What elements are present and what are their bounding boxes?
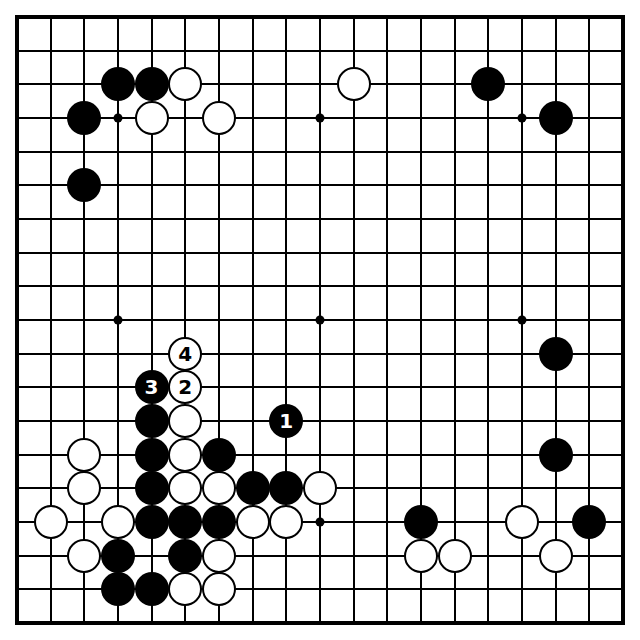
intersection: [34, 404, 68, 438]
intersection: [438, 236, 472, 270]
intersection: [539, 337, 573, 371]
move-3-stone: 3: [135, 370, 169, 404]
intersection: [236, 0, 270, 34]
intersection: [67, 0, 101, 34]
intersection: [303, 0, 337, 34]
black-stone: [168, 539, 202, 573]
intersection: [0, 101, 34, 135]
intersection: [0, 0, 34, 34]
black-stone: [236, 471, 270, 505]
intersection: [168, 438, 202, 472]
intersection: [438, 505, 472, 539]
black-stone: [135, 572, 169, 606]
intersection: [371, 269, 405, 303]
intersection: [438, 371, 472, 405]
intersection: [337, 269, 371, 303]
intersection: [135, 505, 169, 539]
intersection: [404, 34, 438, 68]
intersection: [269, 34, 303, 68]
move-1-stone: 1: [269, 404, 303, 438]
intersection: [269, 0, 303, 34]
intersection: [67, 573, 101, 607]
intersection: [168, 303, 202, 337]
intersection: [438, 101, 472, 135]
intersection: [303, 573, 337, 607]
intersection: [539, 505, 573, 539]
black-stone: [404, 505, 438, 539]
star-point: [518, 315, 527, 324]
intersection: [371, 34, 405, 68]
intersection: [168, 539, 202, 573]
intersection: [202, 135, 236, 169]
white-stone: [101, 505, 135, 539]
intersection: [337, 101, 371, 135]
intersection: [404, 505, 438, 539]
intersection: [67, 202, 101, 236]
intersection: [135, 404, 169, 438]
intersection: [34, 337, 68, 371]
intersection: [539, 269, 573, 303]
intersection: [168, 0, 202, 34]
black-stone: [539, 101, 573, 135]
intersection: [606, 34, 640, 68]
white-stone: [67, 438, 101, 472]
intersection: [101, 101, 135, 135]
intersection: [202, 303, 236, 337]
intersection: [337, 404, 371, 438]
intersection: [34, 539, 68, 573]
intersection: [135, 67, 169, 101]
intersection: [269, 472, 303, 506]
intersection: [0, 438, 34, 472]
intersection: [236, 539, 270, 573]
intersection: [371, 101, 405, 135]
white-stone: [202, 101, 236, 135]
intersection: [303, 236, 337, 270]
intersection: [606, 606, 640, 640]
intersection: [371, 337, 405, 371]
intersection: [67, 135, 101, 169]
intersection: [168, 202, 202, 236]
intersection: [404, 101, 438, 135]
intersection: [337, 505, 371, 539]
intersection: [303, 67, 337, 101]
intersection: [539, 404, 573, 438]
intersection: [101, 202, 135, 236]
intersection: [337, 202, 371, 236]
intersection: [135, 269, 169, 303]
intersection: [371, 404, 405, 438]
intersection: [472, 168, 506, 202]
intersection: 1: [269, 404, 303, 438]
intersection: [303, 539, 337, 573]
intersection: [202, 101, 236, 135]
intersection: [34, 303, 68, 337]
intersection: [0, 303, 34, 337]
intersection: [101, 472, 135, 506]
intersection: [168, 168, 202, 202]
intersection: [135, 168, 169, 202]
intersection: [0, 202, 34, 236]
intersection: [337, 168, 371, 202]
intersection: [606, 573, 640, 607]
intersection: [404, 573, 438, 607]
intersection: [269, 303, 303, 337]
intersection: [505, 438, 539, 472]
intersection: [168, 34, 202, 68]
intersection: [539, 0, 573, 34]
intersection: [236, 505, 270, 539]
intersection: [371, 135, 405, 169]
white-stone: [168, 438, 202, 472]
intersection: [573, 236, 607, 270]
intersection: [505, 539, 539, 573]
intersection: [438, 168, 472, 202]
black-stone: [168, 505, 202, 539]
intersection: [337, 303, 371, 337]
intersection: [472, 34, 506, 68]
intersection: [34, 236, 68, 270]
intersection: [505, 168, 539, 202]
intersection: [236, 472, 270, 506]
intersection: [573, 337, 607, 371]
black-stone: [135, 505, 169, 539]
intersection: [236, 337, 270, 371]
intersection: [202, 202, 236, 236]
intersection: [202, 236, 236, 270]
intersection: [438, 202, 472, 236]
intersection: [236, 438, 270, 472]
intersection: [472, 67, 506, 101]
white-stone: [168, 67, 202, 101]
intersection: [0, 505, 34, 539]
intersection: [505, 404, 539, 438]
intersection: [0, 236, 34, 270]
intersection: [202, 606, 236, 640]
intersection: [337, 371, 371, 405]
intersection: [101, 573, 135, 607]
intersection: [236, 303, 270, 337]
intersection: [404, 0, 438, 34]
intersection: [573, 202, 607, 236]
intersection: [0, 404, 34, 438]
intersection: [236, 101, 270, 135]
intersection: [101, 539, 135, 573]
white-stone: [135, 101, 169, 135]
intersection: [539, 202, 573, 236]
intersection: [472, 303, 506, 337]
black-stone: [202, 505, 236, 539]
intersection: [202, 573, 236, 607]
intersection: [404, 404, 438, 438]
intersection: [371, 371, 405, 405]
intersection: [505, 505, 539, 539]
intersection: [472, 337, 506, 371]
intersection: [135, 606, 169, 640]
white-stone: [168, 471, 202, 505]
intersection: [438, 269, 472, 303]
intersection: [135, 303, 169, 337]
intersection: [371, 606, 405, 640]
intersection: [606, 438, 640, 472]
intersection: [269, 236, 303, 270]
intersection: [202, 404, 236, 438]
intersection: [472, 236, 506, 270]
intersection: [168, 573, 202, 607]
intersection: [168, 472, 202, 506]
intersection: [573, 404, 607, 438]
star-point: [113, 113, 122, 122]
intersection: [438, 135, 472, 169]
intersection: [337, 438, 371, 472]
intersection: [539, 101, 573, 135]
intersection: [606, 472, 640, 506]
intersection: [135, 34, 169, 68]
intersection: [101, 236, 135, 270]
black-stone: [135, 438, 169, 472]
intersection: [269, 438, 303, 472]
intersection: [539, 303, 573, 337]
intersection: [67, 236, 101, 270]
intersection: [202, 539, 236, 573]
intersection: [202, 0, 236, 34]
intersection: [67, 505, 101, 539]
intersection: [505, 0, 539, 34]
star-point: [518, 113, 527, 122]
intersection: [371, 67, 405, 101]
intersection: [0, 135, 34, 169]
intersection: [505, 269, 539, 303]
intersection: [505, 606, 539, 640]
intersection: [168, 67, 202, 101]
intersection: [404, 168, 438, 202]
intersection: [67, 539, 101, 573]
intersection: [67, 438, 101, 472]
intersection: [202, 505, 236, 539]
white-stone: [34, 505, 68, 539]
intersection: [337, 67, 371, 101]
intersection: [0, 573, 34, 607]
intersection: [606, 269, 640, 303]
black-stone: [471, 67, 505, 101]
intersection: [472, 135, 506, 169]
intersection: [236, 236, 270, 270]
intersection: [101, 0, 135, 34]
intersection: [236, 371, 270, 405]
intersection: [303, 168, 337, 202]
intersection: [472, 101, 506, 135]
intersection: [101, 404, 135, 438]
intersection: [101, 337, 135, 371]
intersection: [404, 135, 438, 169]
intersection: [202, 269, 236, 303]
intersection: [269, 505, 303, 539]
intersection: [34, 269, 68, 303]
intersection: 2: [168, 371, 202, 405]
intersection: [472, 269, 506, 303]
intersection: [202, 472, 236, 506]
intersection: [606, 202, 640, 236]
intersection: [505, 202, 539, 236]
intersection: [67, 606, 101, 640]
move-4-stone: 4: [168, 337, 202, 371]
intersection: [573, 101, 607, 135]
intersection: [269, 573, 303, 607]
intersection: [202, 168, 236, 202]
intersection: [539, 67, 573, 101]
white-stone: [505, 505, 539, 539]
intersection: [337, 135, 371, 169]
intersection: [67, 101, 101, 135]
intersection: [34, 371, 68, 405]
go-board: 4321: [0, 0, 640, 640]
intersection: [34, 606, 68, 640]
intersection: [539, 472, 573, 506]
intersection: [67, 371, 101, 405]
intersection: [371, 438, 405, 472]
intersection: [269, 539, 303, 573]
intersection: [67, 303, 101, 337]
intersection: [202, 438, 236, 472]
intersection: [0, 371, 34, 405]
intersection: [135, 236, 169, 270]
intersection: [438, 337, 472, 371]
intersection: [539, 371, 573, 405]
intersection: [0, 34, 34, 68]
intersection: [168, 236, 202, 270]
intersection: [135, 0, 169, 34]
intersection: [0, 67, 34, 101]
intersection: [101, 67, 135, 101]
intersection: [34, 0, 68, 34]
intersection: [168, 101, 202, 135]
intersection: [337, 472, 371, 506]
intersection: [404, 269, 438, 303]
intersection: [168, 404, 202, 438]
intersection: [101, 135, 135, 169]
intersection: [371, 573, 405, 607]
intersection: [303, 101, 337, 135]
intersection: [539, 236, 573, 270]
intersection: [0, 472, 34, 506]
intersection: [337, 606, 371, 640]
intersection: [505, 303, 539, 337]
intersection: [573, 573, 607, 607]
intersection: [34, 472, 68, 506]
intersection: [269, 168, 303, 202]
intersection: [168, 135, 202, 169]
intersection: [606, 404, 640, 438]
intersection: [135, 539, 169, 573]
intersection: [573, 135, 607, 169]
intersection: [337, 0, 371, 34]
intersection: [303, 135, 337, 169]
intersection: [269, 606, 303, 640]
intersection: [101, 168, 135, 202]
intersection: [269, 337, 303, 371]
intersection: [67, 404, 101, 438]
star-point: [315, 518, 324, 527]
intersection: [236, 168, 270, 202]
white-stone: [303, 471, 337, 505]
black-stone: [202, 438, 236, 472]
intersection: [539, 606, 573, 640]
white-stone: [269, 505, 303, 539]
intersection: [606, 371, 640, 405]
intersection: [371, 505, 405, 539]
intersection: [438, 472, 472, 506]
intersection: [505, 34, 539, 68]
star-point: [315, 315, 324, 324]
intersection: [505, 337, 539, 371]
white-stone: [404, 539, 438, 573]
intersection: [202, 34, 236, 68]
intersection: [168, 269, 202, 303]
intersection: [472, 202, 506, 236]
intersection: [606, 168, 640, 202]
black-stone: [101, 67, 135, 101]
intersection: [67, 168, 101, 202]
intersection: [606, 337, 640, 371]
intersection: [135, 202, 169, 236]
intersection: [606, 67, 640, 101]
intersection: [573, 67, 607, 101]
intersection: [472, 438, 506, 472]
intersection: [573, 0, 607, 34]
intersection: [34, 438, 68, 472]
white-stone: [337, 67, 371, 101]
intersection: [202, 371, 236, 405]
intersection: [303, 371, 337, 405]
intersection: [404, 371, 438, 405]
intersection: [573, 539, 607, 573]
white-stone: [438, 539, 472, 573]
intersection: [438, 34, 472, 68]
intersection: [573, 438, 607, 472]
intersection: [269, 67, 303, 101]
intersection: [371, 539, 405, 573]
intersection: [236, 606, 270, 640]
intersection: [236, 135, 270, 169]
intersection: [539, 34, 573, 68]
intersection: 4: [168, 337, 202, 371]
intersection: [0, 606, 34, 640]
intersection: [303, 505, 337, 539]
intersection: [505, 67, 539, 101]
intersection: [472, 404, 506, 438]
intersection: [371, 303, 405, 337]
intersection: [135, 135, 169, 169]
intersection: [438, 0, 472, 34]
intersection: [101, 303, 135, 337]
white-stone: [168, 404, 202, 438]
intersection: [404, 438, 438, 472]
intersection: [472, 472, 506, 506]
intersection: [404, 67, 438, 101]
intersection: [472, 505, 506, 539]
intersection: [573, 269, 607, 303]
intersection: [0, 269, 34, 303]
intersection: [135, 101, 169, 135]
black-stone: [67, 168, 101, 202]
intersection: [505, 236, 539, 270]
white-stone: [67, 539, 101, 573]
intersection: [236, 404, 270, 438]
intersection: [606, 101, 640, 135]
black-stone: [135, 67, 169, 101]
intersection: [606, 505, 640, 539]
intersection: [303, 34, 337, 68]
